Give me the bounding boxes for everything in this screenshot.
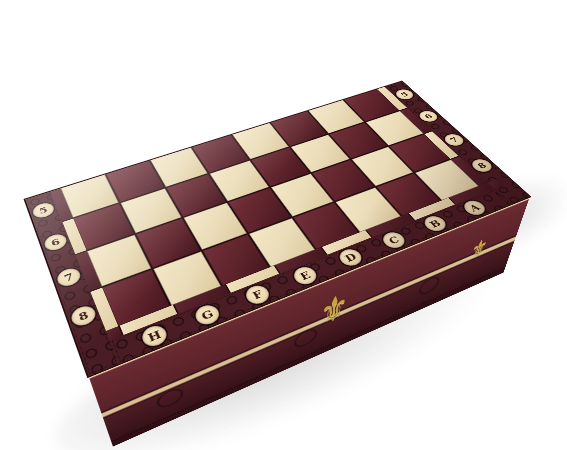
rank-disc-left-7: 7 (55, 266, 83, 289)
square-h6 (73, 203, 134, 250)
square-h8 (102, 269, 170, 326)
board-border-left (25, 191, 119, 376)
rank-disc-left-6: 6 (42, 232, 68, 253)
strip-segment (76, 251, 102, 290)
strip-corner (106, 326, 122, 340)
photo-stage: 55667788HGFEDCBA ⚜ ⚜ (0, 0, 567, 450)
strip-segment (62, 218, 86, 254)
square-d8 (293, 202, 359, 249)
strip-segment (322, 230, 371, 254)
strip-segment (226, 266, 279, 293)
square-h7 (87, 235, 151, 287)
strip-segment (409, 198, 455, 220)
square-f8 (202, 234, 269, 286)
rank-disc-left-8: 8 (69, 303, 98, 329)
strip-segment (366, 214, 414, 237)
chess-box: 55667788HGFEDCBA ⚜ ⚜ (25, 81, 530, 376)
brass-side-clasp-icon: ⚜ (468, 233, 490, 262)
strip-segment (275, 248, 326, 274)
square-f7 (183, 203, 247, 250)
rank-disc-left-5: 5 (31, 201, 56, 220)
inlay-strip-left (50, 188, 118, 331)
scene: 55667788HGFEDCBA ⚜ ⚜ (0, 27, 567, 369)
square-g7 (136, 218, 200, 267)
strip-segment (174, 285, 229, 313)
strip-segment (90, 287, 118, 331)
square-g8 (153, 251, 221, 305)
square-e8 (249, 218, 316, 267)
strip-segment (120, 305, 178, 335)
brass-clasp-icon: ⚜ (319, 286, 350, 331)
